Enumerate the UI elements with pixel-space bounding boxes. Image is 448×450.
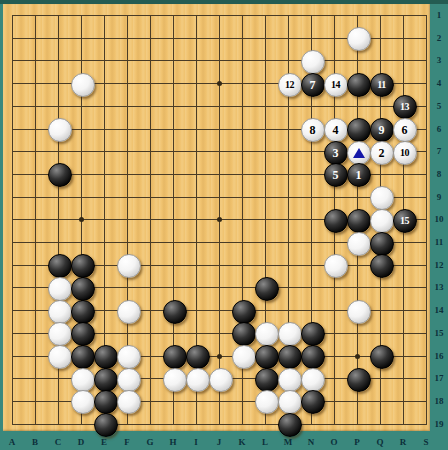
stone-white-L15 (255, 322, 279, 346)
stone-white-D18 (71, 390, 95, 414)
stone-black-N4: 7 (301, 73, 325, 97)
stone-white-N3 (301, 50, 325, 74)
stone-black-Q11 (370, 232, 394, 256)
stone-black-K15 (232, 322, 256, 346)
stone-black-Q12 (370, 254, 394, 278)
stone-white-D17 (71, 368, 95, 392)
row-label-2: 2 (430, 32, 448, 44)
stone-white-C16 (48, 345, 72, 369)
stone-white-L18 (255, 390, 279, 414)
move-number: 12 (279, 74, 301, 96)
column-label-E: E (96, 436, 112, 448)
stone-black-I16 (186, 345, 210, 369)
stone-white-D4 (71, 73, 95, 97)
stone-black-N16 (301, 345, 325, 369)
move-number: 9 (371, 119, 393, 141)
column-label-F: F (119, 436, 135, 448)
stone-white-F18 (117, 390, 141, 414)
column-label-K: K (234, 436, 250, 448)
move-number: 15 (394, 210, 416, 232)
column-label-M: M (280, 436, 296, 448)
grid-line-vertical (426, 15, 427, 425)
stone-black-O10 (324, 209, 348, 233)
stone-black-L16 (255, 345, 279, 369)
column-label-N: N (303, 436, 319, 448)
move-number: 13 (394, 96, 416, 118)
star-point-D10 (79, 217, 84, 222)
stone-white-H17 (163, 368, 187, 392)
row-label-16: 16 (430, 350, 448, 362)
column-label-L: L (257, 436, 273, 448)
column-label-D: D (73, 436, 89, 448)
stone-black-P8: 1 (347, 163, 371, 187)
row-label-9: 9 (430, 191, 448, 203)
stone-black-N18 (301, 390, 325, 414)
star-point-J10 (217, 217, 222, 222)
stone-black-D12 (71, 254, 95, 278)
stone-black-D13 (71, 277, 95, 301)
row-label-12: 12 (430, 259, 448, 271)
move-number: 10 (394, 142, 416, 164)
stone-white-M17 (278, 368, 302, 392)
row-label-17: 17 (430, 372, 448, 384)
move-number: 4 (325, 119, 347, 141)
stone-white-O4: 14 (324, 73, 348, 97)
row-label-13: 13 (430, 281, 448, 293)
go-board[interactable]: 127141113849632105115 (3, 4, 430, 431)
row-label-7: 7 (430, 145, 448, 157)
column-label-Q: Q (372, 436, 388, 448)
stone-black-Q16 (370, 345, 394, 369)
stone-white-R6: 6 (393, 118, 417, 142)
column-label-O: O (326, 436, 342, 448)
star-point-J16 (217, 354, 222, 359)
column-label-P: P (349, 436, 365, 448)
stone-white-C14 (48, 300, 72, 324)
stone-white-K16 (232, 345, 256, 369)
column-label-R: R (395, 436, 411, 448)
stone-white-C13 (48, 277, 72, 301)
stone-black-Q6: 9 (370, 118, 394, 142)
column-label-H: H (165, 436, 181, 448)
stone-white-Q10 (370, 209, 394, 233)
stone-white-F14 (117, 300, 141, 324)
move-number: 1 (348, 164, 370, 186)
stone-white-F12 (117, 254, 141, 278)
move-number: 3 (325, 142, 347, 164)
stone-white-R7: 10 (393, 141, 417, 165)
move-number: 8 (302, 119, 324, 141)
triangle-marker-icon (353, 148, 365, 158)
stone-black-E19 (94, 413, 118, 437)
stone-white-I17 (186, 368, 210, 392)
stone-white-J17 (209, 368, 233, 392)
stone-black-P10 (347, 209, 371, 233)
move-number: 6 (394, 119, 416, 141)
stone-black-H14 (163, 300, 187, 324)
column-label-C: C (50, 436, 66, 448)
stone-white-Q7: 2 (370, 141, 394, 165)
row-label-1: 1 (430, 9, 448, 21)
column-label-A: A (4, 436, 20, 448)
board-frame: 127141113849632105115 ABCDEFGHIJKLMNOPQR… (0, 0, 448, 450)
grid-line-horizontal (12, 424, 427, 425)
stone-black-Q4: 11 (370, 73, 394, 97)
stone-white-P14 (347, 300, 371, 324)
stone-black-R10: 15 (393, 209, 417, 233)
stone-black-P17 (347, 368, 371, 392)
stone-black-N15 (301, 322, 325, 346)
stone-white-P7 (347, 141, 371, 165)
stone-black-O8: 5 (324, 163, 348, 187)
stone-white-F17 (117, 368, 141, 392)
stone-black-M16 (278, 345, 302, 369)
row-label-18: 18 (430, 395, 448, 407)
stone-black-H16 (163, 345, 187, 369)
stone-black-D15 (71, 322, 95, 346)
stone-black-C12 (48, 254, 72, 278)
stone-black-O7: 3 (324, 141, 348, 165)
stone-black-E18 (94, 390, 118, 414)
column-label-G: G (142, 436, 158, 448)
row-label-4: 4 (430, 77, 448, 89)
stone-white-O6: 4 (324, 118, 348, 142)
column-label-J: J (211, 436, 227, 448)
stone-black-K14 (232, 300, 256, 324)
move-number: 14 (325, 74, 347, 96)
row-label-3: 3 (430, 54, 448, 66)
stone-black-P4 (347, 73, 371, 97)
row-label-8: 8 (430, 168, 448, 180)
stone-black-L13 (255, 277, 279, 301)
stone-black-R5: 13 (393, 95, 417, 119)
stone-white-Q9 (370, 186, 394, 210)
column-label-I: I (188, 436, 204, 448)
row-label-11: 11 (430, 236, 448, 248)
stone-black-D16 (71, 345, 95, 369)
row-label-10: 10 (430, 213, 448, 225)
frame-top-edge (0, 0, 448, 4)
column-label-B: B (27, 436, 43, 448)
move-number: 11 (371, 74, 393, 96)
star-point-P16 (355, 354, 360, 359)
move-number: 7 (302, 74, 324, 96)
stone-white-P11 (347, 232, 371, 256)
stone-black-D14 (71, 300, 95, 324)
stone-white-P2 (347, 27, 371, 51)
stone-white-M15 (278, 322, 302, 346)
row-label-6: 6 (430, 123, 448, 135)
stone-white-F16 (117, 345, 141, 369)
stone-white-O12 (324, 254, 348, 278)
stone-black-E17 (94, 368, 118, 392)
move-number: 5 (325, 164, 347, 186)
row-label-15: 15 (430, 327, 448, 339)
row-label-19: 19 (430, 418, 448, 430)
star-point-J4 (217, 81, 222, 86)
row-label-5: 5 (430, 100, 448, 112)
stone-white-M4: 12 (278, 73, 302, 97)
stone-black-E16 (94, 345, 118, 369)
stone-black-C8 (48, 163, 72, 187)
stone-white-C6 (48, 118, 72, 142)
stone-black-P6 (347, 118, 371, 142)
column-label-S: S (418, 436, 434, 448)
stone-black-L17 (255, 368, 279, 392)
stone-white-C15 (48, 322, 72, 346)
stone-white-N6: 8 (301, 118, 325, 142)
stone-white-N17 (301, 368, 325, 392)
stone-black-M19 (278, 413, 302, 437)
stone-white-M18 (278, 390, 302, 414)
row-label-14: 14 (430, 304, 448, 316)
move-number: 2 (371, 142, 393, 164)
